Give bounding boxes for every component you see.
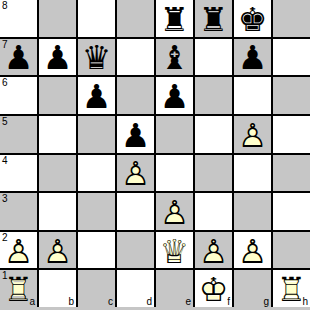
file-label-c: c <box>108 297 113 307</box>
white-pawn[interactable]: ♟♙ <box>199 235 229 268</box>
black-pawn[interactable]: ♟ <box>43 41 73 74</box>
square-c6[interactable]: ♟ <box>78 77 115 114</box>
black-rook[interactable]: ♜ <box>160 3 190 36</box>
square-f1[interactable]: ♚♔f <box>195 270 232 307</box>
square-g6[interactable] <box>234 77 271 114</box>
black-pawn[interactable]: ♟ <box>121 119 151 152</box>
square-f2[interactable]: ♟♙ <box>195 232 232 269</box>
square-c4[interactable] <box>78 155 115 192</box>
square-f8[interactable]: ♜ <box>195 0 232 37</box>
square-d6[interactable] <box>117 77 154 114</box>
black-king[interactable]: ♚ <box>238 3 268 36</box>
white-pawn-outline: ♙ <box>238 119 268 152</box>
square-a5[interactable]: 5 <box>0 116 37 153</box>
square-h4[interactable] <box>273 155 310 192</box>
white-pawn-outline: ♙ <box>4 235 34 268</box>
white-pawn-outline: ♙ <box>160 196 190 229</box>
square-c1[interactable]: c <box>78 270 115 307</box>
square-h2[interactable] <box>273 232 310 269</box>
square-b7[interactable]: ♟ <box>39 39 76 76</box>
square-a4[interactable]: 4 <box>0 155 37 192</box>
rank-label-2: 2 <box>2 233 8 243</box>
white-pawn[interactable]: ♟♙ <box>43 235 73 268</box>
rank-label-6: 6 <box>2 78 8 88</box>
square-g3[interactable] <box>234 193 271 230</box>
square-h3[interactable] <box>273 193 310 230</box>
square-f6[interactable] <box>195 77 232 114</box>
square-c5[interactable] <box>78 116 115 153</box>
square-c3[interactable] <box>78 193 115 230</box>
white-queen-outline: ♕ <box>160 235 190 268</box>
square-b1[interactable]: b <box>39 270 76 307</box>
square-d2[interactable] <box>117 232 154 269</box>
square-g8[interactable]: ♚ <box>234 0 271 37</box>
white-king[interactable]: ♚♔ <box>199 273 229 306</box>
square-h6[interactable] <box>273 77 310 114</box>
black-pawn[interactable]: ♟ <box>160 80 190 113</box>
file-label-d: d <box>146 297 152 307</box>
square-b6[interactable] <box>39 77 76 114</box>
white-pawn[interactable]: ♟♙ <box>238 235 268 268</box>
square-a2[interactable]: ♟♙2 <box>0 232 37 269</box>
square-e4[interactable] <box>156 155 193 192</box>
file-label-h: h <box>302 297 308 307</box>
file-label-a: a <box>29 297 35 307</box>
square-g7[interactable]: ♟ <box>234 39 271 76</box>
black-rook[interactable]: ♜ <box>199 3 229 36</box>
rank-label-7: 7 <box>2 40 8 50</box>
black-pawn[interactable]: ♟ <box>4 41 34 74</box>
square-d1[interactable]: d <box>117 270 154 307</box>
rank-label-3: 3 <box>2 194 8 204</box>
square-f7[interactable] <box>195 39 232 76</box>
white-pawn[interactable]: ♟♙ <box>4 235 34 268</box>
chess-board: 8♜♜♚♟7♟♛♝♟6♟♟5♟♟♙4♟♙3♟♙♟♙2♟♙♛♕♟♙♟♙♜♖1abc… <box>0 0 310 307</box>
square-g5[interactable]: ♟♙ <box>234 116 271 153</box>
square-b4[interactable] <box>39 155 76 192</box>
square-c7[interactable]: ♛ <box>78 39 115 76</box>
square-h1[interactable]: ♜♖h <box>273 270 310 307</box>
white-pawn-outline: ♙ <box>121 157 151 190</box>
square-d7[interactable] <box>117 39 154 76</box>
square-c2[interactable] <box>78 232 115 269</box>
square-b3[interactable] <box>39 193 76 230</box>
square-h8[interactable] <box>273 0 310 37</box>
square-a3[interactable]: 3 <box>0 193 37 230</box>
file-label-f: f <box>227 297 230 307</box>
square-e5[interactable] <box>156 116 193 153</box>
square-d5[interactable]: ♟ <box>117 116 154 153</box>
square-a6[interactable]: 6 <box>0 77 37 114</box>
white-pawn[interactable]: ♟♙ <box>121 157 151 190</box>
square-a8[interactable]: 8 <box>0 0 37 37</box>
file-label-g: g <box>263 297 269 307</box>
square-a7[interactable]: ♟7 <box>0 39 37 76</box>
white-king-outline: ♔ <box>199 273 229 306</box>
square-d8[interactable] <box>117 0 154 37</box>
square-f4[interactable] <box>195 155 232 192</box>
square-d3[interactable] <box>117 193 154 230</box>
black-bishop[interactable]: ♝ <box>160 41 190 74</box>
black-pawn[interactable]: ♟ <box>82 80 112 113</box>
black-queen[interactable]: ♛ <box>82 41 112 74</box>
rank-label-8: 8 <box>2 1 8 11</box>
file-label-b: b <box>68 297 74 307</box>
square-f3[interactable] <box>195 193 232 230</box>
square-e8[interactable]: ♜ <box>156 0 193 37</box>
square-h7[interactable] <box>273 39 310 76</box>
white-pawn[interactable]: ♟♙ <box>160 196 190 229</box>
square-h5[interactable] <box>273 116 310 153</box>
white-pawn-outline: ♙ <box>238 235 268 268</box>
square-g2[interactable]: ♟♙ <box>234 232 271 269</box>
white-pawn[interactable]: ♟♙ <box>238 119 268 152</box>
square-d4[interactable]: ♟♙ <box>117 155 154 192</box>
square-g4[interactable] <box>234 155 271 192</box>
square-c8[interactable] <box>78 0 115 37</box>
square-a1[interactable]: ♜♖1a <box>0 270 37 307</box>
rank-label-1: 1 <box>2 271 8 281</box>
rank-label-4: 4 <box>2 156 8 166</box>
square-e7[interactable]: ♝ <box>156 39 193 76</box>
square-e6[interactable]: ♟ <box>156 77 193 114</box>
square-e1[interactable]: e <box>156 270 193 307</box>
square-b8[interactable] <box>39 0 76 37</box>
white-queen[interactable]: ♛♕ <box>160 235 190 268</box>
file-label-e: e <box>185 297 191 307</box>
black-pawn[interactable]: ♟ <box>238 41 268 74</box>
square-g1[interactable]: g <box>234 270 271 307</box>
white-pawn-outline: ♙ <box>199 235 229 268</box>
square-e3[interactable]: ♟♙ <box>156 193 193 230</box>
white-pawn-outline: ♙ <box>43 235 73 268</box>
square-b2[interactable]: ♟♙ <box>39 232 76 269</box>
square-e2[interactable]: ♛♕ <box>156 232 193 269</box>
rank-label-5: 5 <box>2 117 8 127</box>
square-f5[interactable] <box>195 116 232 153</box>
square-b5[interactable] <box>39 116 76 153</box>
